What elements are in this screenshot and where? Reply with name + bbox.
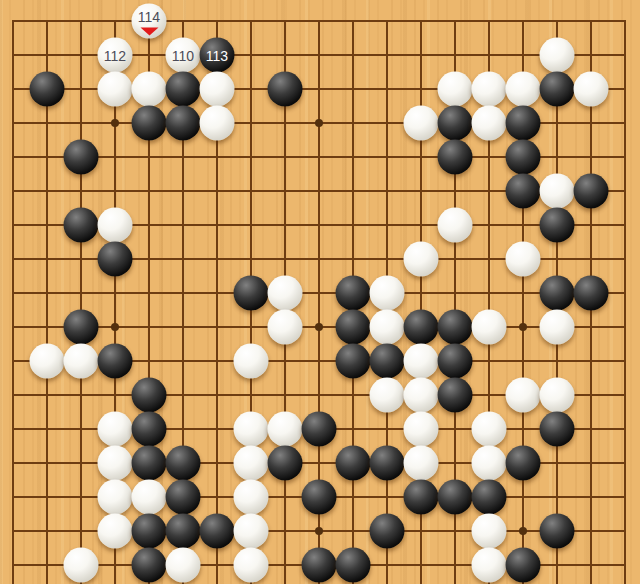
stone-white (472, 310, 507, 345)
star-point (315, 323, 323, 331)
stone-white (234, 514, 269, 549)
stone-black (438, 480, 473, 515)
stone-white (370, 276, 405, 311)
stone-black (438, 106, 473, 141)
stone-black (132, 548, 167, 583)
stone-white (132, 480, 167, 515)
stone-white (404, 412, 439, 447)
stone-white (98, 514, 133, 549)
stone-black (132, 514, 167, 549)
stone-white-numbered: 114 (132, 4, 167, 39)
stone-white (540, 310, 575, 345)
stone-black (336, 446, 371, 481)
go-app-window: 114112110113 (0, 0, 640, 584)
move-number: 112 (98, 47, 133, 63)
stone-black (438, 140, 473, 175)
stone-black (336, 276, 371, 311)
stone-black (404, 480, 439, 515)
stone-black (64, 140, 99, 175)
stone-white (200, 106, 235, 141)
stone-black (302, 480, 337, 515)
stone-black (540, 412, 575, 447)
stone-black (404, 310, 439, 345)
stone-black (166, 106, 201, 141)
grid-line-vertical (624, 20, 626, 584)
stone-white (404, 344, 439, 379)
last-move-marker-icon (140, 28, 158, 36)
stone-black (336, 548, 371, 583)
stone-black (98, 344, 133, 379)
stone-black (302, 548, 337, 583)
stone-black (166, 72, 201, 107)
stone-black (98, 242, 133, 277)
stone-black (64, 208, 99, 243)
stone-white (268, 310, 303, 345)
stone-black (132, 446, 167, 481)
stone-white (540, 38, 575, 73)
stone-white (472, 412, 507, 447)
stone-white (472, 548, 507, 583)
stone-white (268, 412, 303, 447)
stone-black (132, 412, 167, 447)
stone-black-numbered: 113 (200, 38, 235, 73)
stone-white (98, 480, 133, 515)
stone-white (64, 548, 99, 583)
stone-white (472, 106, 507, 141)
stone-black (438, 310, 473, 345)
stone-white (404, 446, 439, 481)
stone-black (234, 276, 269, 311)
stone-white (30, 344, 65, 379)
stone-white (234, 412, 269, 447)
stone-white (404, 242, 439, 277)
star-point (519, 527, 527, 535)
stone-black (506, 174, 541, 209)
stone-black (336, 344, 371, 379)
stone-black (540, 208, 575, 243)
stone-white (506, 242, 541, 277)
move-number: 113 (200, 47, 235, 63)
stone-white-numbered: 112 (98, 38, 133, 73)
stone-black (370, 446, 405, 481)
stone-black (268, 72, 303, 107)
stone-black (132, 378, 167, 413)
stone-white (132, 72, 167, 107)
stone-white (506, 378, 541, 413)
move-number: 110 (166, 47, 201, 63)
stone-black (540, 276, 575, 311)
star-point (111, 119, 119, 127)
grid-line-vertical (80, 20, 82, 584)
stone-black (166, 514, 201, 549)
star-point (519, 323, 527, 331)
stone-white (540, 378, 575, 413)
stone-black (438, 378, 473, 413)
stone-black (472, 480, 507, 515)
stone-white (472, 446, 507, 481)
stone-white (472, 514, 507, 549)
grid-line-vertical (12, 20, 14, 584)
stone-black (574, 174, 609, 209)
stone-white (574, 72, 609, 107)
stone-black (574, 276, 609, 311)
stone-white (98, 412, 133, 447)
stone-black (506, 446, 541, 481)
stone-white (438, 72, 473, 107)
stone-white (98, 446, 133, 481)
stone-black (438, 344, 473, 379)
stone-black (336, 310, 371, 345)
stone-black (540, 72, 575, 107)
stone-white (438, 208, 473, 243)
stone-white (370, 310, 405, 345)
stone-white (370, 378, 405, 413)
stone-white (234, 344, 269, 379)
stone-white (268, 276, 303, 311)
stone-black (506, 106, 541, 141)
stone-black (166, 446, 201, 481)
grid-line-horizontal (12, 292, 626, 294)
stone-white-numbered: 110 (166, 38, 201, 73)
stone-white (234, 446, 269, 481)
stone-black (64, 310, 99, 345)
stone-black (268, 446, 303, 481)
stone-white (166, 548, 201, 583)
stone-white (404, 378, 439, 413)
stone-black (540, 514, 575, 549)
stone-white (472, 72, 507, 107)
stone-white (98, 72, 133, 107)
grid-line-horizontal (12, 20, 626, 22)
star-point (315, 119, 323, 127)
stone-white (234, 548, 269, 583)
stone-white (234, 480, 269, 515)
stone-black (200, 514, 235, 549)
stone-white (200, 72, 235, 107)
stone-black (132, 106, 167, 141)
go-board[interactable]: 114112110113 (0, 0, 640, 584)
stone-black (30, 72, 65, 107)
stone-black (302, 412, 337, 447)
stone-black (166, 480, 201, 515)
stone-black (370, 344, 405, 379)
stone-white (540, 174, 575, 209)
stone-white (98, 208, 133, 243)
stone-black (506, 548, 541, 583)
move-number: 114 (132, 9, 167, 25)
stone-white (506, 72, 541, 107)
star-point (315, 527, 323, 535)
stone-white (404, 106, 439, 141)
stone-white (64, 344, 99, 379)
star-point (111, 323, 119, 331)
stone-black (370, 514, 405, 549)
stone-black (506, 140, 541, 175)
